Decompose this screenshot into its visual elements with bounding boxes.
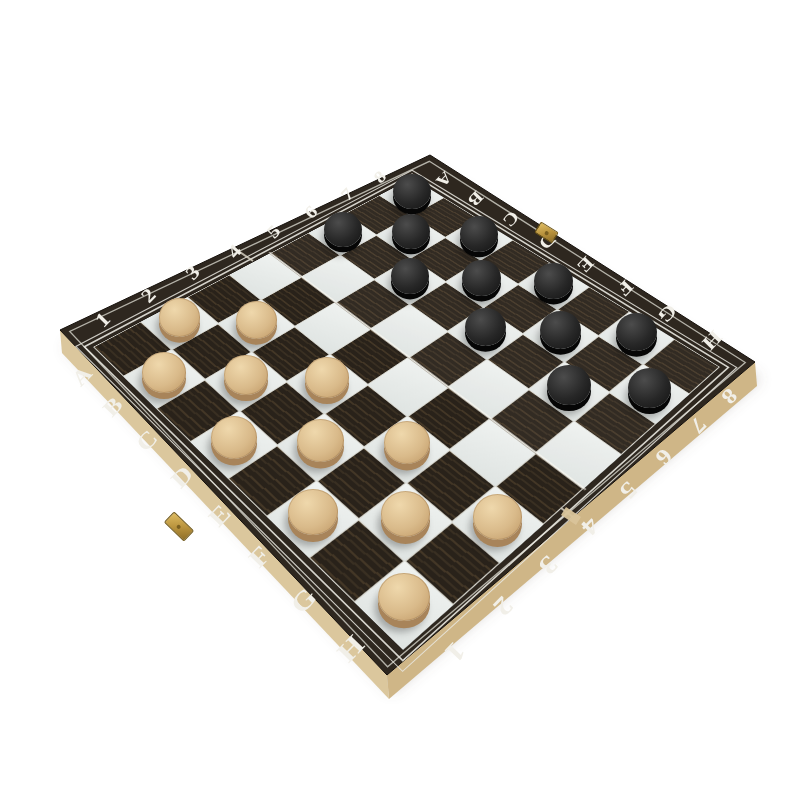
product-photo-scene: 1122334455667788AABBCCDDEEFFGGHH: [0, 0, 800, 800]
